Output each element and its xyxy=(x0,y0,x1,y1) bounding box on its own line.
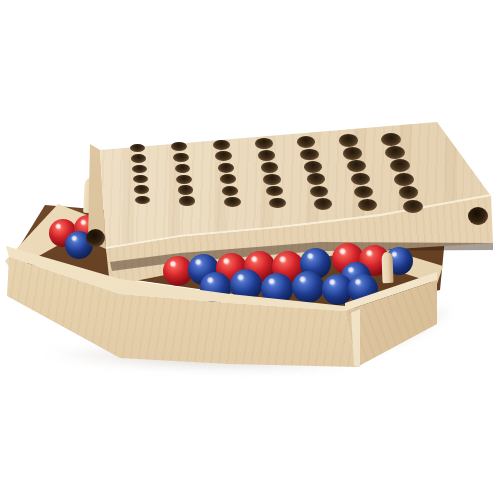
board-hole xyxy=(131,154,146,163)
board-hole xyxy=(132,165,147,174)
board-hole xyxy=(266,186,283,197)
board-hole xyxy=(297,136,315,148)
board-hole xyxy=(403,200,423,213)
board-hole xyxy=(304,161,322,173)
corner-peg-right xyxy=(381,252,393,283)
board-hole xyxy=(261,162,278,173)
board-hole xyxy=(222,186,239,196)
board-hole xyxy=(381,133,401,146)
board-hole xyxy=(358,199,377,211)
board-hole xyxy=(343,147,362,159)
board-hole xyxy=(133,175,148,184)
board-hole xyxy=(354,186,373,198)
board-hole xyxy=(314,198,332,210)
board-hole xyxy=(179,196,195,205)
board-hole xyxy=(347,160,366,172)
board-hole xyxy=(300,149,318,161)
board-hole xyxy=(263,174,280,185)
board-hole xyxy=(255,138,272,149)
board-hole xyxy=(213,140,230,150)
board-hole xyxy=(215,151,232,161)
board-hole xyxy=(385,146,405,159)
ball-blue xyxy=(292,271,324,303)
board-hole xyxy=(224,197,241,207)
board-hole xyxy=(339,134,358,146)
board-hole xyxy=(394,173,414,186)
board-hole xyxy=(175,164,191,173)
board-hole xyxy=(399,186,419,199)
board-hole xyxy=(173,153,189,162)
board-hole xyxy=(135,196,150,205)
board-hole xyxy=(130,144,145,153)
board-hole xyxy=(390,159,410,172)
board-hole xyxy=(307,173,325,185)
board-hole xyxy=(220,174,237,184)
board-hole xyxy=(218,163,235,173)
board-hole xyxy=(269,198,286,209)
board-hole xyxy=(176,175,192,184)
board-hole xyxy=(310,186,328,198)
board-hole xyxy=(178,185,194,194)
board-hole xyxy=(351,173,370,185)
board-hole xyxy=(258,150,275,161)
board-hole xyxy=(134,185,149,194)
wooden-connect-four-photo xyxy=(0,0,500,500)
board-hole xyxy=(171,142,187,151)
